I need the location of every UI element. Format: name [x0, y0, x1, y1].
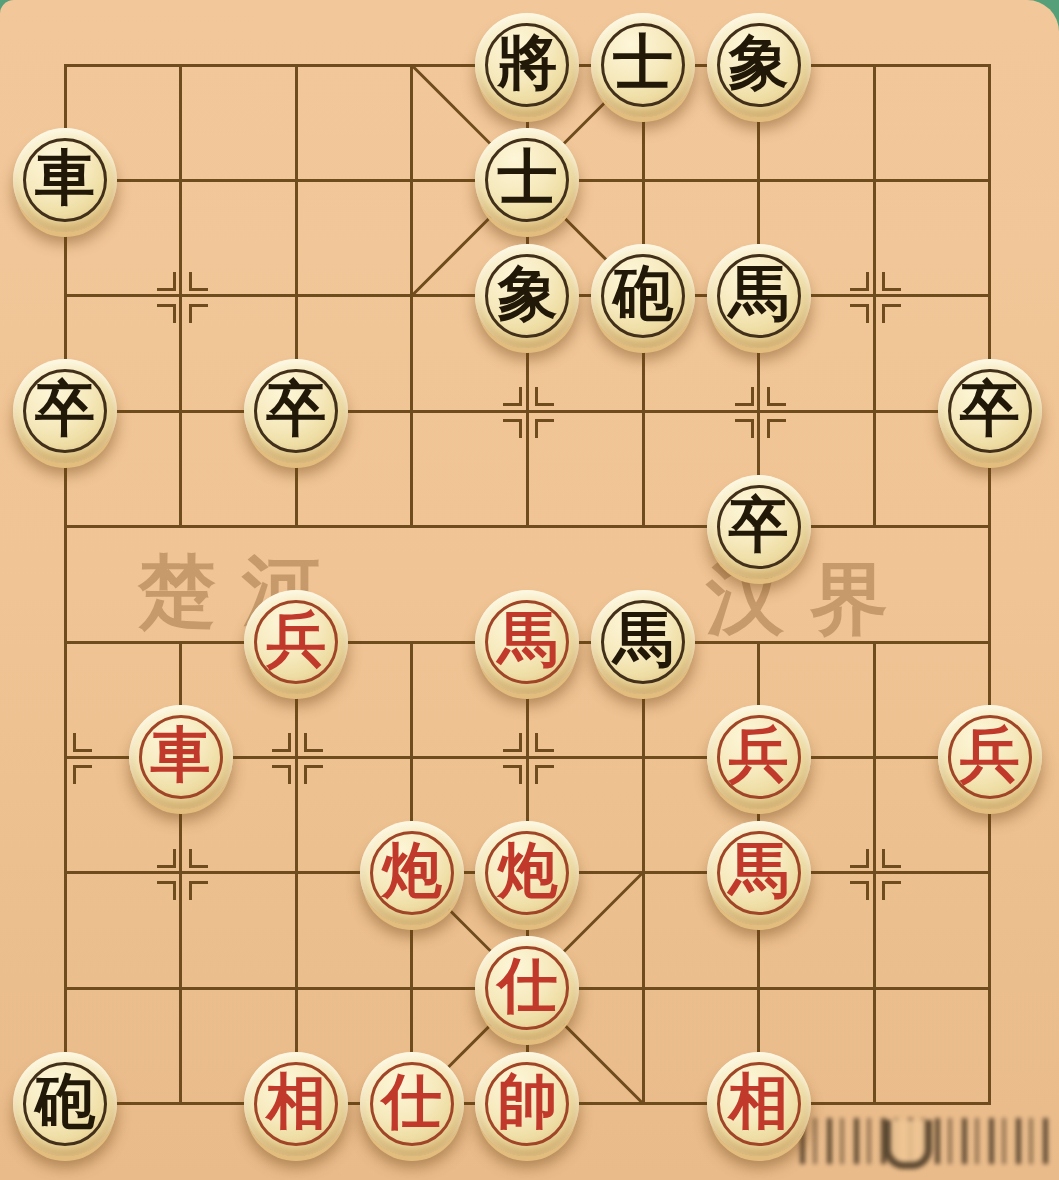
black-horse-glyph: 馬	[613, 610, 673, 670]
red-chariot-glyph: 車	[151, 725, 211, 785]
black-soldier-glyph: 卒	[35, 379, 95, 439]
piece-red-advisor[interactable]: 仕	[360, 1052, 464, 1156]
point-marker	[272, 765, 291, 784]
point-marker	[304, 733, 323, 752]
black-cannon-glyph: 砲	[613, 264, 673, 324]
red-cannon-glyph: 炮	[497, 841, 557, 901]
point-marker	[189, 304, 208, 323]
red-advisor-glyph: 仕	[382, 1072, 442, 1132]
black-soldier-glyph: 卒	[729, 495, 789, 555]
point-marker	[503, 765, 522, 784]
black-advisor-glyph: 士	[497, 148, 557, 208]
black-soldier-glyph: 卒	[266, 379, 326, 439]
red-horse-glyph: 馬	[729, 841, 789, 901]
point-marker	[535, 419, 554, 438]
point-marker	[535, 733, 554, 752]
point-marker	[850, 304, 869, 323]
piece-red-general[interactable]: 帥	[475, 1052, 579, 1156]
point-marker	[735, 419, 754, 438]
piece-black-chariot[interactable]: 車	[13, 128, 117, 232]
point-marker	[535, 387, 554, 406]
red-soldier-glyph: 兵	[960, 725, 1020, 785]
piece-black-soldier[interactable]: 卒	[707, 475, 811, 579]
point-marker	[503, 387, 522, 406]
piece-black-cannon[interactable]: 砲	[13, 1052, 117, 1156]
point-marker	[850, 881, 869, 900]
point-marker	[503, 419, 522, 438]
point-marker	[189, 272, 208, 291]
piece-black-horse[interactable]: 馬	[707, 244, 811, 348]
piece-red-soldier[interactable]: 兵	[244, 590, 348, 694]
point-marker	[189, 849, 208, 868]
black-chariot-glyph: 車	[35, 148, 95, 208]
grid-line	[988, 64, 991, 1106]
piece-black-elephant[interactable]: 象	[475, 244, 579, 348]
red-soldier-glyph: 兵	[729, 725, 789, 785]
watermark-curve	[884, 1120, 932, 1169]
piece-red-soldier[interactable]: 兵	[707, 705, 811, 809]
black-horse-glyph: 馬	[729, 264, 789, 324]
point-marker	[850, 272, 869, 291]
piece-black-general[interactable]: 將	[475, 13, 579, 117]
piece-red-chariot[interactable]: 車	[129, 705, 233, 809]
point-marker	[304, 765, 323, 784]
point-marker	[767, 419, 786, 438]
black-soldier-glyph: 卒	[960, 379, 1020, 439]
piece-red-elephant[interactable]: 相	[707, 1052, 811, 1156]
point-marker	[157, 304, 176, 323]
point-marker	[882, 849, 901, 868]
point-marker	[735, 387, 754, 406]
piece-red-cannon[interactable]: 炮	[475, 821, 579, 925]
piece-black-advisor[interactable]: 士	[591, 13, 695, 117]
piece-red-elephant[interactable]: 相	[244, 1052, 348, 1156]
grid-line	[295, 641, 298, 1106]
piece-black-soldier[interactable]: 卒	[244, 359, 348, 463]
red-elephant-glyph: 相	[729, 1072, 789, 1132]
point-marker	[189, 881, 208, 900]
black-elephant-glyph: 象	[497, 264, 557, 324]
red-general-glyph: 帥	[497, 1072, 557, 1132]
black-elephant-glyph: 象	[729, 33, 789, 93]
point-marker	[882, 881, 901, 900]
point-marker	[73, 765, 92, 784]
piece-black-cannon[interactable]: 砲	[591, 244, 695, 348]
piece-red-horse[interactable]: 馬	[475, 590, 579, 694]
red-elephant-glyph: 相	[266, 1072, 326, 1132]
piece-red-soldier[interactable]: 兵	[938, 705, 1042, 809]
grid-line	[873, 641, 876, 1106]
point-marker	[157, 881, 176, 900]
black-cannon-glyph: 砲	[35, 1072, 95, 1132]
point-marker	[882, 272, 901, 291]
point-marker	[503, 733, 522, 752]
point-marker	[882, 304, 901, 323]
watermark-smudge	[800, 1118, 1048, 1164]
grid-line	[179, 64, 182, 529]
black-general-glyph: 將	[497, 33, 557, 93]
red-horse-glyph: 馬	[497, 610, 557, 670]
piece-red-cannon[interactable]: 炮	[360, 821, 464, 925]
point-marker	[73, 733, 92, 752]
piece-red-advisor[interactable]: 仕	[475, 936, 579, 1040]
red-advisor-glyph: 仕	[497, 956, 557, 1016]
red-soldier-glyph: 兵	[266, 610, 326, 670]
piece-black-horse[interactable]: 馬	[591, 590, 695, 694]
piece-black-soldier[interactable]: 卒	[13, 359, 117, 463]
point-marker	[157, 849, 176, 868]
piece-black-elephant[interactable]: 象	[707, 13, 811, 117]
red-cannon-glyph: 炮	[382, 841, 442, 901]
point-marker	[767, 387, 786, 406]
point-marker	[272, 733, 291, 752]
point-marker	[850, 849, 869, 868]
black-advisor-glyph: 士	[613, 33, 673, 93]
grid-line	[873, 64, 876, 529]
piece-red-horse[interactable]: 馬	[707, 821, 811, 925]
point-marker	[157, 272, 176, 291]
point-marker	[535, 765, 554, 784]
piece-black-soldier[interactable]: 卒	[938, 359, 1042, 463]
xiangqi-board[interactable]: 楚河 汉界 將士象車士象砲馬卒卒卒卒兵馬馬車兵兵炮炮馬仕砲相仕帥相	[0, 0, 1059, 1180]
